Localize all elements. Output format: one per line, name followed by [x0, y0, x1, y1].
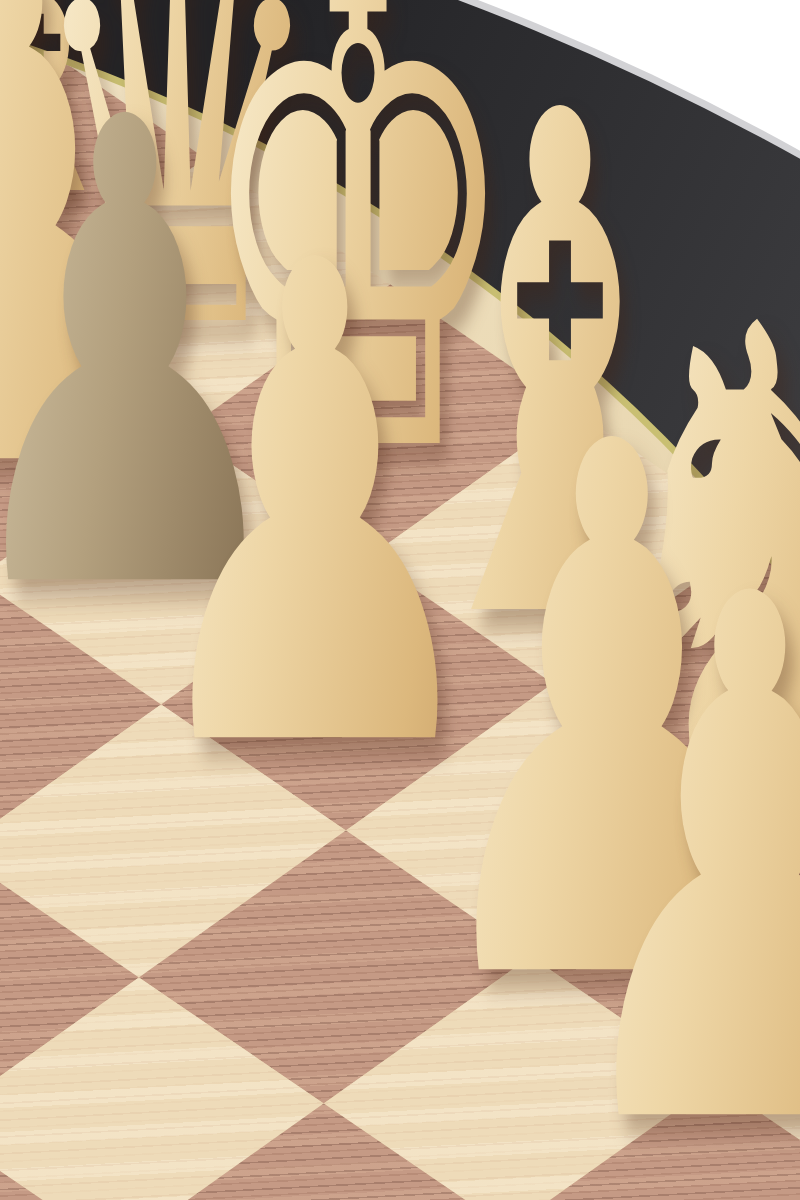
chess-photo-scene: ♝♛♚♝♞♟♟♟♟♟	[0, 0, 800, 1200]
pieces-layer: ♝♛♚♝♞♟♟♟♟♟	[0, 0, 800, 1200]
piece-white-pawn[interactable]: ♟	[527, 505, 800, 1200]
